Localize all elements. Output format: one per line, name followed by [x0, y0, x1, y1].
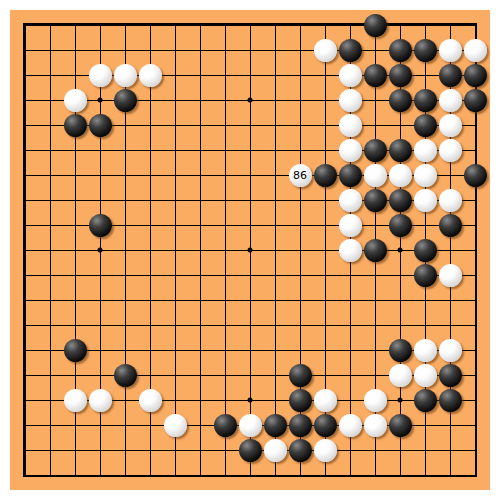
intersection-15-10[interactable]: [363, 238, 388, 263]
intersection-13-8[interactable]: [313, 188, 338, 213]
intersection-15-6[interactable]: [363, 138, 388, 163]
intersection-7-6[interactable]: [163, 138, 188, 163]
intersection-9-14[interactable]: [213, 338, 238, 363]
intersection-18-2[interactable]: [438, 38, 463, 63]
intersection-6-14[interactable]: [138, 338, 163, 363]
intersection-13-3[interactable]: [313, 63, 338, 88]
intersection-17-9[interactable]: [413, 213, 438, 238]
intersection-16-3[interactable]: [388, 63, 413, 88]
intersection-18-13[interactable]: [438, 313, 463, 338]
intersection-5-13[interactable]: [113, 313, 138, 338]
intersection-7-4[interactable]: [163, 88, 188, 113]
intersection-15-19[interactable]: [363, 463, 388, 488]
intersection-18-3[interactable]: [438, 63, 463, 88]
intersection-7-15[interactable]: [163, 363, 188, 388]
intersection-15-3[interactable]: [363, 63, 388, 88]
intersection-3-7[interactable]: [63, 163, 88, 188]
intersection-18-11[interactable]: [438, 263, 463, 288]
intersection-8-7[interactable]: [188, 163, 213, 188]
intersection-11-14[interactable]: [263, 338, 288, 363]
intersection-14-8[interactable]: [338, 188, 363, 213]
intersection-6-17[interactable]: [138, 413, 163, 438]
intersection-12-3[interactable]: [288, 63, 313, 88]
intersection-13-14[interactable]: [313, 338, 338, 363]
intersection-18-15[interactable]: [438, 363, 463, 388]
intersection-2-12[interactable]: [38, 288, 63, 313]
intersection-11-6[interactable]: [263, 138, 288, 163]
intersection-2-13[interactable]: [38, 313, 63, 338]
intersection-6-4[interactable]: [138, 88, 163, 113]
intersection-15-17[interactable]: [363, 413, 388, 438]
intersection-8-13[interactable]: [188, 313, 213, 338]
intersection-13-16[interactable]: [313, 388, 338, 413]
intersection-14-16[interactable]: [338, 388, 363, 413]
intersection-10-15[interactable]: [238, 363, 263, 388]
intersection-5-14[interactable]: [113, 338, 138, 363]
intersection-4-10[interactable]: [88, 238, 113, 263]
intersection-18-5[interactable]: [438, 113, 463, 138]
intersection-18-12[interactable]: [438, 288, 463, 313]
intersection-3-9[interactable]: [63, 213, 88, 238]
intersection-19-2[interactable]: [463, 38, 488, 63]
intersection-6-11[interactable]: [138, 263, 163, 288]
intersection-16-4[interactable]: [388, 88, 413, 113]
intersection-6-7[interactable]: [138, 163, 163, 188]
intersection-10-14[interactable]: [238, 338, 263, 363]
intersection-17-14[interactable]: [413, 338, 438, 363]
intersection-7-18[interactable]: [163, 438, 188, 463]
intersection-1-3[interactable]: [13, 63, 38, 88]
intersection-8-6[interactable]: [188, 138, 213, 163]
intersection-17-10[interactable]: [413, 238, 438, 263]
intersection-6-15[interactable]: [138, 363, 163, 388]
intersection-1-15[interactable]: [13, 363, 38, 388]
intersection-11-4[interactable]: [263, 88, 288, 113]
intersection-17-18[interactable]: [413, 438, 438, 463]
intersection-14-15[interactable]: [338, 363, 363, 388]
intersection-3-13[interactable]: [63, 313, 88, 338]
intersection-14-3[interactable]: [338, 63, 363, 88]
intersection-14-5[interactable]: [338, 113, 363, 138]
intersection-11-10[interactable]: [263, 238, 288, 263]
intersection-2-15[interactable]: [38, 363, 63, 388]
intersection-11-7[interactable]: [263, 163, 288, 188]
intersection-9-15[interactable]: [213, 363, 238, 388]
intersection-5-4[interactable]: [113, 88, 138, 113]
intersection-12-19[interactable]: [288, 463, 313, 488]
intersection-12-18[interactable]: [288, 438, 313, 463]
intersection-3-14[interactable]: [63, 338, 88, 363]
intersection-12-15[interactable]: [288, 363, 313, 388]
intersection-5-17[interactable]: [113, 413, 138, 438]
intersection-8-15[interactable]: [188, 363, 213, 388]
intersection-19-10[interactable]: [463, 238, 488, 263]
intersection-7-19[interactable]: [163, 463, 188, 488]
intersection-6-6[interactable]: [138, 138, 163, 163]
intersection-1-11[interactable]: [13, 263, 38, 288]
intersection-2-5[interactable]: [38, 113, 63, 138]
intersection-8-12[interactable]: [188, 288, 213, 313]
intersection-5-18[interactable]: [113, 438, 138, 463]
intersection-11-2[interactable]: [263, 38, 288, 63]
intersection-1-16[interactable]: [13, 388, 38, 413]
intersection-3-4[interactable]: [63, 88, 88, 113]
intersection-15-11[interactable]: [363, 263, 388, 288]
intersection-1-17[interactable]: [13, 413, 38, 438]
intersection-16-19[interactable]: [388, 463, 413, 488]
intersection-18-10[interactable]: [438, 238, 463, 263]
intersection-3-6[interactable]: [63, 138, 88, 163]
intersection-10-18[interactable]: [238, 438, 263, 463]
intersection-7-11[interactable]: [163, 263, 188, 288]
intersection-18-4[interactable]: [438, 88, 463, 113]
intersection-7-2[interactable]: [163, 38, 188, 63]
intersection-4-8[interactable]: [88, 188, 113, 213]
intersection-6-12[interactable]: [138, 288, 163, 313]
intersection-6-1[interactable]: [138, 13, 163, 38]
intersection-11-11[interactable]: [263, 263, 288, 288]
intersection-13-19[interactable]: [313, 463, 338, 488]
intersection-10-1[interactable]: [238, 13, 263, 38]
intersection-5-6[interactable]: [113, 138, 138, 163]
intersection-18-18[interactable]: [438, 438, 463, 463]
intersection-13-13[interactable]: [313, 313, 338, 338]
intersection-10-17[interactable]: [238, 413, 263, 438]
intersection-3-15[interactable]: [63, 363, 88, 388]
intersection-10-11[interactable]: [238, 263, 263, 288]
intersection-16-5[interactable]: [388, 113, 413, 138]
intersection-11-16[interactable]: [263, 388, 288, 413]
intersection-5-5[interactable]: [113, 113, 138, 138]
intersection-8-9[interactable]: [188, 213, 213, 238]
intersection-9-16[interactable]: [213, 388, 238, 413]
intersection-18-1[interactable]: [438, 13, 463, 38]
intersection-15-5[interactable]: [363, 113, 388, 138]
intersection-11-15[interactable]: [263, 363, 288, 388]
intersection-17-8[interactable]: [413, 188, 438, 213]
intersection-5-12[interactable]: [113, 288, 138, 313]
intersection-14-6[interactable]: [338, 138, 363, 163]
intersection-4-12[interactable]: [88, 288, 113, 313]
intersection-13-17[interactable]: [313, 413, 338, 438]
intersection-1-19[interactable]: [13, 463, 38, 488]
intersection-16-10[interactable]: [388, 238, 413, 263]
intersection-4-18[interactable]: [88, 438, 113, 463]
intersection-13-2[interactable]: [313, 38, 338, 63]
intersection-12-9[interactable]: [288, 213, 313, 238]
intersection-5-1[interactable]: [113, 13, 138, 38]
intersection-6-19[interactable]: [138, 463, 163, 488]
intersection-11-17[interactable]: [263, 413, 288, 438]
intersection-10-12[interactable]: [238, 288, 263, 313]
intersection-8-3[interactable]: [188, 63, 213, 88]
intersection-7-9[interactable]: [163, 213, 188, 238]
intersection-14-10[interactable]: [338, 238, 363, 263]
intersection-10-4[interactable]: [238, 88, 263, 113]
intersection-15-8[interactable]: [363, 188, 388, 213]
intersection-10-6[interactable]: [238, 138, 263, 163]
intersection-8-2[interactable]: [188, 38, 213, 63]
intersection-3-11[interactable]: [63, 263, 88, 288]
intersection-10-19[interactable]: [238, 463, 263, 488]
intersection-6-10[interactable]: [138, 238, 163, 263]
intersection-17-13[interactable]: [413, 313, 438, 338]
intersection-19-13[interactable]: [463, 313, 488, 338]
intersection-3-19[interactable]: [63, 463, 88, 488]
intersection-17-17[interactable]: [413, 413, 438, 438]
intersection-16-9[interactable]: [388, 213, 413, 238]
intersection-2-1[interactable]: [38, 13, 63, 38]
intersection-9-3[interactable]: [213, 63, 238, 88]
intersection-17-16[interactable]: [413, 388, 438, 413]
intersection-19-7[interactable]: [463, 163, 488, 188]
intersection-10-5[interactable]: [238, 113, 263, 138]
intersection-12-11[interactable]: [288, 263, 313, 288]
intersection-8-17[interactable]: [188, 413, 213, 438]
intersection-17-2[interactable]: [413, 38, 438, 63]
intersection-12-17[interactable]: [288, 413, 313, 438]
intersection-2-16[interactable]: [38, 388, 63, 413]
intersection-5-11[interactable]: [113, 263, 138, 288]
intersection-9-12[interactable]: [213, 288, 238, 313]
intersection-1-5[interactable]: [13, 113, 38, 138]
intersection-2-2[interactable]: [38, 38, 63, 63]
intersection-2-18[interactable]: [38, 438, 63, 463]
intersection-6-8[interactable]: [138, 188, 163, 213]
intersection-17-1[interactable]: [413, 13, 438, 38]
intersection-13-9[interactable]: [313, 213, 338, 238]
intersection-3-12[interactable]: [63, 288, 88, 313]
intersection-7-13[interactable]: [163, 313, 188, 338]
intersection-17-15[interactable]: [413, 363, 438, 388]
intersection-16-17[interactable]: [388, 413, 413, 438]
intersection-17-7[interactable]: [413, 163, 438, 188]
intersection-8-14[interactable]: [188, 338, 213, 363]
intersection-10-9[interactable]: [238, 213, 263, 238]
intersection-17-6[interactable]: [413, 138, 438, 163]
intersection-2-11[interactable]: [38, 263, 63, 288]
intersection-16-7[interactable]: [388, 163, 413, 188]
intersection-8-8[interactable]: [188, 188, 213, 213]
intersection-19-17[interactable]: [463, 413, 488, 438]
intersection-12-7[interactable]: 86: [288, 163, 313, 188]
intersection-2-17[interactable]: [38, 413, 63, 438]
intersection-1-1[interactable]: [13, 13, 38, 38]
intersection-5-7[interactable]: [113, 163, 138, 188]
intersection-12-10[interactable]: [288, 238, 313, 263]
intersection-8-16[interactable]: [188, 388, 213, 413]
intersection-16-6[interactable]: [388, 138, 413, 163]
intersection-1-14[interactable]: [13, 338, 38, 363]
intersection-6-3[interactable]: [138, 63, 163, 88]
intersection-18-14[interactable]: [438, 338, 463, 363]
intersection-1-9[interactable]: [13, 213, 38, 238]
intersection-15-12[interactable]: [363, 288, 388, 313]
intersection-6-2[interactable]: [138, 38, 163, 63]
intersection-16-13[interactable]: [388, 313, 413, 338]
intersection-9-2[interactable]: [213, 38, 238, 63]
intersection-9-4[interactable]: [213, 88, 238, 113]
intersection-9-1[interactable]: [213, 13, 238, 38]
intersection-6-13[interactable]: [138, 313, 163, 338]
intersection-17-5[interactable]: [413, 113, 438, 138]
intersection-19-6[interactable]: [463, 138, 488, 163]
intersection-19-1[interactable]: [463, 13, 488, 38]
intersection-13-18[interactable]: [313, 438, 338, 463]
intersection-18-17[interactable]: [438, 413, 463, 438]
intersection-18-7[interactable]: [438, 163, 463, 188]
intersection-15-2[interactable]: [363, 38, 388, 63]
intersection-3-1[interactable]: [63, 13, 88, 38]
intersection-17-3[interactable]: [413, 63, 438, 88]
intersection-16-11[interactable]: [388, 263, 413, 288]
intersection-13-12[interactable]: [313, 288, 338, 313]
intersection-13-11[interactable]: [313, 263, 338, 288]
intersection-6-16[interactable]: [138, 388, 163, 413]
intersection-9-9[interactable]: [213, 213, 238, 238]
intersection-11-5[interactable]: [263, 113, 288, 138]
intersection-9-5[interactable]: [213, 113, 238, 138]
intersection-8-1[interactable]: [188, 13, 213, 38]
intersection-10-10[interactable]: [238, 238, 263, 263]
intersection-12-1[interactable]: [288, 13, 313, 38]
intersection-2-7[interactable]: [38, 163, 63, 188]
intersection-16-1[interactable]: [388, 13, 413, 38]
intersection-16-2[interactable]: [388, 38, 413, 63]
intersection-11-1[interactable]: [263, 13, 288, 38]
intersection-7-7[interactable]: [163, 163, 188, 188]
intersection-5-2[interactable]: [113, 38, 138, 63]
intersection-7-5[interactable]: [163, 113, 188, 138]
intersection-19-15[interactable]: [463, 363, 488, 388]
intersection-9-8[interactable]: [213, 188, 238, 213]
intersection-17-4[interactable]: [413, 88, 438, 113]
intersection-1-6[interactable]: [13, 138, 38, 163]
intersection-14-13[interactable]: [338, 313, 363, 338]
intersection-17-19[interactable]: [413, 463, 438, 488]
intersection-13-4[interactable]: [313, 88, 338, 113]
intersection-1-2[interactable]: [13, 38, 38, 63]
intersection-4-19[interactable]: [88, 463, 113, 488]
intersection-1-18[interactable]: [13, 438, 38, 463]
intersection-9-10[interactable]: [213, 238, 238, 263]
intersection-7-12[interactable]: [163, 288, 188, 313]
intersection-4-2[interactable]: [88, 38, 113, 63]
intersection-9-19[interactable]: [213, 463, 238, 488]
intersection-3-3[interactable]: [63, 63, 88, 88]
intersection-10-2[interactable]: [238, 38, 263, 63]
intersection-4-11[interactable]: [88, 263, 113, 288]
intersection-9-13[interactable]: [213, 313, 238, 338]
intersection-4-6[interactable]: [88, 138, 113, 163]
intersection-5-8[interactable]: [113, 188, 138, 213]
intersection-1-8[interactable]: [13, 188, 38, 213]
intersection-12-13[interactable]: [288, 313, 313, 338]
intersection-15-4[interactable]: [363, 88, 388, 113]
intersection-15-7[interactable]: [363, 163, 388, 188]
intersection-11-8[interactable]: [263, 188, 288, 213]
intersection-13-6[interactable]: [313, 138, 338, 163]
go-board[interactable]: 86: [10, 10, 490, 490]
intersection-13-15[interactable]: [313, 363, 338, 388]
intersection-8-11[interactable]: [188, 263, 213, 288]
intersection-7-16[interactable]: [163, 388, 188, 413]
intersection-4-14[interactable]: [88, 338, 113, 363]
intersection-19-5[interactable]: [463, 113, 488, 138]
intersection-2-14[interactable]: [38, 338, 63, 363]
intersection-4-5[interactable]: [88, 113, 113, 138]
intersection-10-7[interactable]: [238, 163, 263, 188]
intersection-16-8[interactable]: [388, 188, 413, 213]
intersection-4-4[interactable]: [88, 88, 113, 113]
intersection-18-9[interactable]: [438, 213, 463, 238]
intersection-1-13[interactable]: [13, 313, 38, 338]
intersection-15-18[interactable]: [363, 438, 388, 463]
intersection-7-1[interactable]: [163, 13, 188, 38]
intersection-9-11[interactable]: [213, 263, 238, 288]
intersection-2-4[interactable]: [38, 88, 63, 113]
intersection-17-12[interactable]: [413, 288, 438, 313]
intersection-16-12[interactable]: [388, 288, 413, 313]
intersection-3-17[interactable]: [63, 413, 88, 438]
intersection-18-6[interactable]: [438, 138, 463, 163]
intersection-4-17[interactable]: [88, 413, 113, 438]
intersection-4-3[interactable]: [88, 63, 113, 88]
intersection-11-18[interactable]: [263, 438, 288, 463]
intersection-10-13[interactable]: [238, 313, 263, 338]
intersection-9-6[interactable]: [213, 138, 238, 163]
intersection-12-5[interactable]: [288, 113, 313, 138]
intersection-5-16[interactable]: [113, 388, 138, 413]
intersection-1-12[interactable]: [13, 288, 38, 313]
intersection-3-5[interactable]: [63, 113, 88, 138]
intersection-4-13[interactable]: [88, 313, 113, 338]
intersection-11-13[interactable]: [263, 313, 288, 338]
intersection-3-16[interactable]: [63, 388, 88, 413]
intersection-8-10[interactable]: [188, 238, 213, 263]
intersection-10-8[interactable]: [238, 188, 263, 213]
intersection-12-8[interactable]: [288, 188, 313, 213]
intersection-14-12[interactable]: [338, 288, 363, 313]
intersection-2-3[interactable]: [38, 63, 63, 88]
intersection-8-5[interactable]: [188, 113, 213, 138]
intersection-5-19[interactable]: [113, 463, 138, 488]
intersection-17-11[interactable]: [413, 263, 438, 288]
intersection-12-6[interactable]: [288, 138, 313, 163]
intersection-16-16[interactable]: [388, 388, 413, 413]
intersection-11-3[interactable]: [263, 63, 288, 88]
intersection-12-16[interactable]: [288, 388, 313, 413]
intersection-6-9[interactable]: [138, 213, 163, 238]
intersection-19-16[interactable]: [463, 388, 488, 413]
intersection-12-4[interactable]: [288, 88, 313, 113]
intersection-1-10[interactable]: [13, 238, 38, 263]
intersection-8-4[interactable]: [188, 88, 213, 113]
intersection-19-19[interactable]: [463, 463, 488, 488]
intersection-10-16[interactable]: [238, 388, 263, 413]
intersection-5-15[interactable]: [113, 363, 138, 388]
intersection-15-1[interactable]: [363, 13, 388, 38]
intersection-5-9[interactable]: [113, 213, 138, 238]
intersection-10-3[interactable]: [238, 63, 263, 88]
intersection-14-9[interactable]: [338, 213, 363, 238]
intersection-3-18[interactable]: [63, 438, 88, 463]
intersection-12-14[interactable]: [288, 338, 313, 363]
intersection-11-9[interactable]: [263, 213, 288, 238]
intersection-15-16[interactable]: [363, 388, 388, 413]
intersection-14-14[interactable]: [338, 338, 363, 363]
intersection-14-18[interactable]: [338, 438, 363, 463]
